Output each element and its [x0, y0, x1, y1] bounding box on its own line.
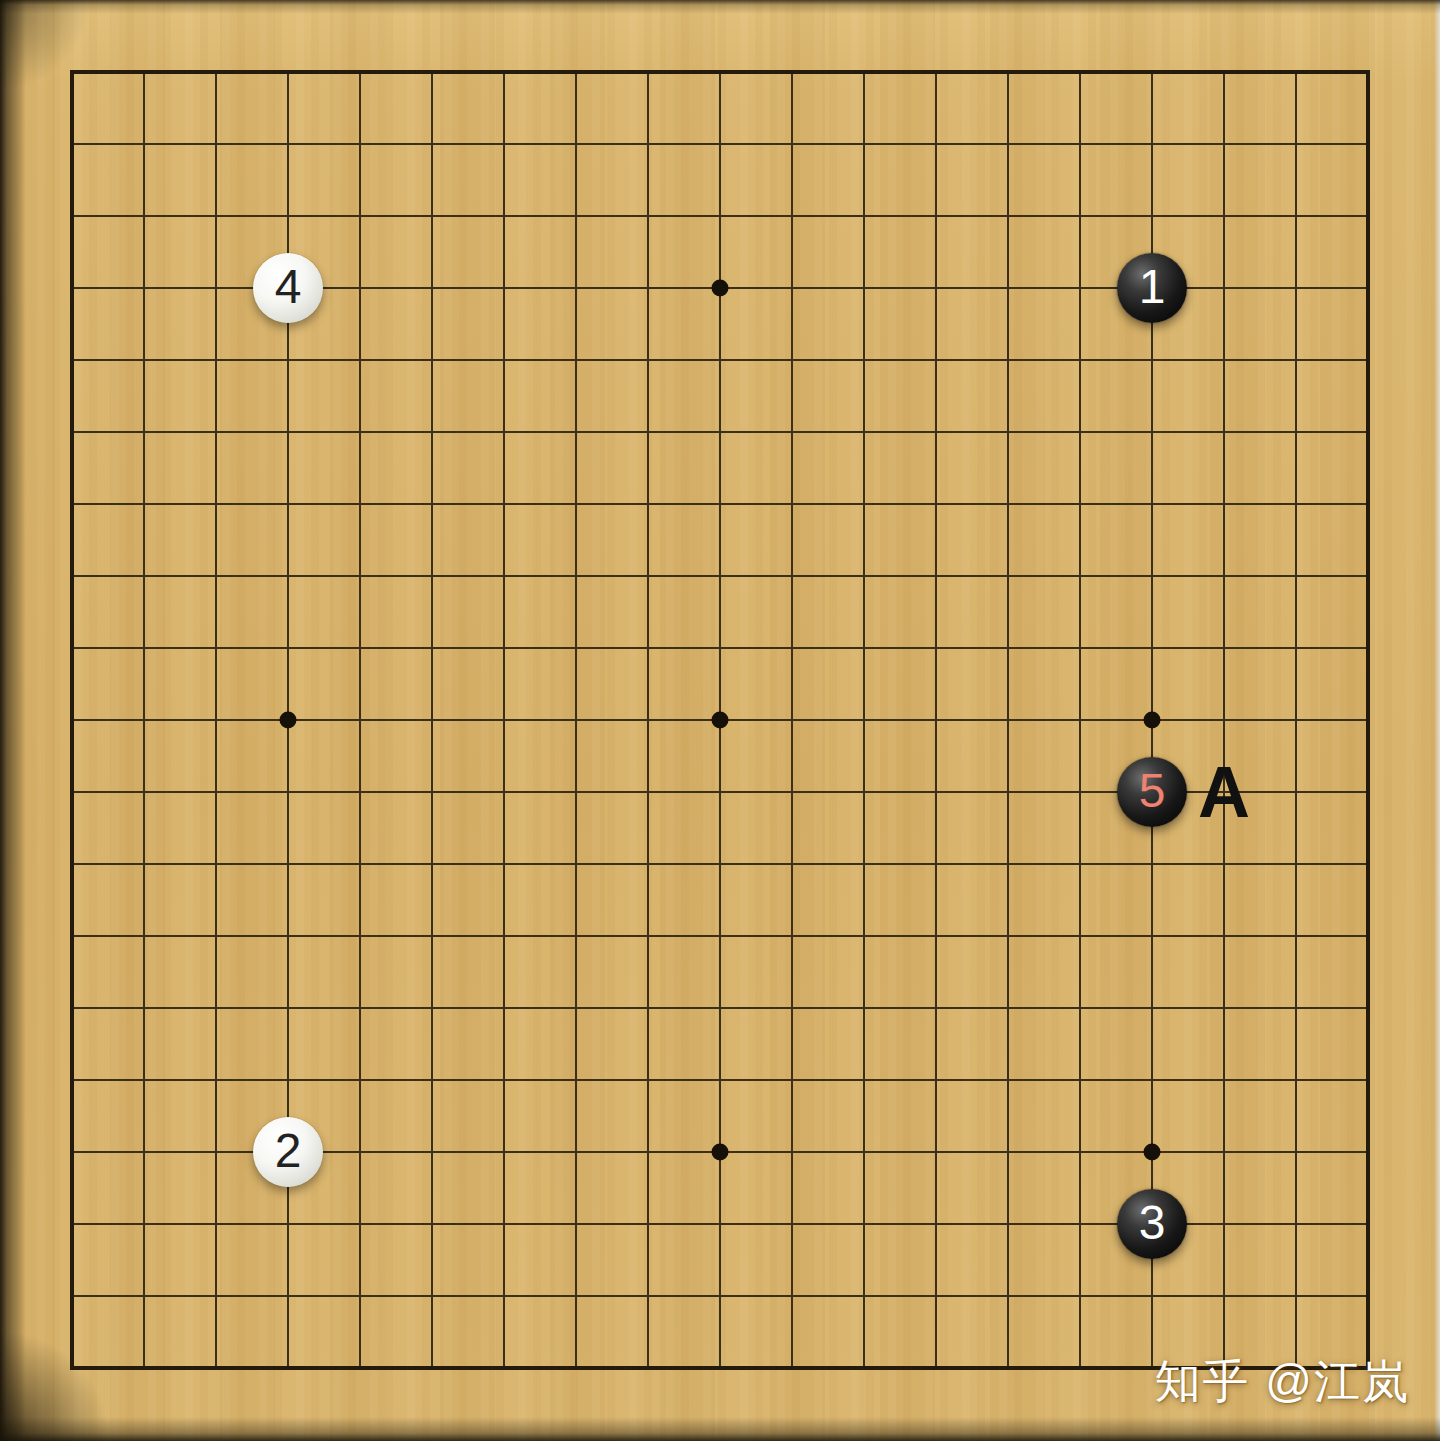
watermark: 知乎 @江岚: [1155, 1351, 1410, 1413]
board-label-A: A: [1198, 756, 1250, 828]
annotations-layer: A: [0, 0, 1440, 1441]
go-diagram: 12345 A 知乎 @江岚: [0, 0, 1440, 1441]
